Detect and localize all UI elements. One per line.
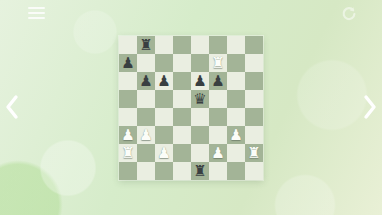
square-d6[interactable] [173, 72, 191, 90]
square-d7[interactable] [173, 54, 191, 72]
square-c8[interactable] [155, 36, 173, 54]
square-e1[interactable]: ♜ [191, 162, 209, 180]
square-d1[interactable] [173, 162, 191, 180]
app-screen: ♜♟♜♟♟♟♟♛♟♟♟♜♟♟♜♜ [0, 0, 382, 215]
hamburger-bar [28, 12, 45, 14]
square-h1[interactable] [245, 162, 263, 180]
square-h7[interactable] [245, 54, 263, 72]
square-f1[interactable] [209, 162, 227, 180]
next-puzzle-button[interactable] [362, 94, 378, 120]
white-rook: ♜ [211, 54, 224, 72]
black-pawn: ♟ [211, 72, 224, 90]
black-pawn: ♟ [193, 72, 206, 90]
hamburger-bar [28, 7, 45, 9]
square-a4[interactable] [119, 108, 137, 126]
square-c6[interactable]: ♟ [155, 72, 173, 90]
black-queen: ♛ [193, 90, 206, 108]
square-f4[interactable] [209, 108, 227, 126]
square-b2[interactable] [137, 144, 155, 162]
chess-board: ♜♟♜♟♟♟♟♛♟♟♟♜♟♟♜♜ [119, 36, 263, 180]
square-a7[interactable]: ♟ [119, 54, 137, 72]
square-c7[interactable] [155, 54, 173, 72]
square-c2[interactable]: ♟ [155, 144, 173, 162]
square-g5[interactable] [227, 90, 245, 108]
square-f6[interactable]: ♟ [209, 72, 227, 90]
square-b7[interactable] [137, 54, 155, 72]
square-d8[interactable] [173, 36, 191, 54]
square-a6[interactable] [119, 72, 137, 90]
square-b6[interactable]: ♟ [137, 72, 155, 90]
square-h3[interactable] [245, 126, 263, 144]
white-pawn: ♟ [229, 126, 242, 144]
square-d3[interactable] [173, 126, 191, 144]
black-pawn: ♟ [139, 72, 152, 90]
square-d5[interactable] [173, 90, 191, 108]
previous-puzzle-button[interactable] [4, 94, 20, 120]
white-pawn: ♟ [121, 126, 134, 144]
square-f5[interactable] [209, 90, 227, 108]
white-rook: ♜ [247, 144, 260, 162]
white-pawn: ♟ [139, 126, 152, 144]
square-c3[interactable] [155, 126, 173, 144]
white-rook: ♜ [121, 144, 134, 162]
square-c1[interactable] [155, 162, 173, 180]
white-pawn: ♟ [211, 144, 224, 162]
square-c4[interactable] [155, 108, 173, 126]
square-c5[interactable] [155, 90, 173, 108]
square-d2[interactable] [173, 144, 191, 162]
square-d4[interactable] [173, 108, 191, 126]
white-pawn: ♟ [157, 144, 170, 162]
black-pawn: ♟ [121, 54, 134, 72]
square-e2[interactable] [191, 144, 209, 162]
square-b1[interactable] [137, 162, 155, 180]
square-a3[interactable]: ♟ [119, 126, 137, 144]
square-h6[interactable] [245, 72, 263, 90]
square-e8[interactable] [191, 36, 209, 54]
square-g1[interactable] [227, 162, 245, 180]
square-a2[interactable]: ♜ [119, 144, 137, 162]
square-g4[interactable] [227, 108, 245, 126]
hamburger-menu-icon[interactable] [28, 7, 45, 19]
square-f3[interactable] [209, 126, 227, 144]
square-h2[interactable]: ♜ [245, 144, 263, 162]
square-a1[interactable] [119, 162, 137, 180]
square-h4[interactable] [245, 108, 263, 126]
black-rook: ♜ [193, 162, 206, 180]
square-f2[interactable]: ♟ [209, 144, 227, 162]
black-rook: ♜ [139, 36, 152, 54]
square-f8[interactable] [209, 36, 227, 54]
square-a5[interactable] [119, 90, 137, 108]
square-b4[interactable] [137, 108, 155, 126]
square-e6[interactable]: ♟ [191, 72, 209, 90]
square-g8[interactable] [227, 36, 245, 54]
hamburger-bar [28, 17, 45, 19]
square-e7[interactable] [191, 54, 209, 72]
square-f7[interactable]: ♜ [209, 54, 227, 72]
square-b3[interactable]: ♟ [137, 126, 155, 144]
square-e4[interactable] [191, 108, 209, 126]
square-h5[interactable] [245, 90, 263, 108]
square-b5[interactable] [137, 90, 155, 108]
square-g7[interactable] [227, 54, 245, 72]
square-a8[interactable] [119, 36, 137, 54]
black-pawn: ♟ [157, 72, 170, 90]
square-g2[interactable] [227, 144, 245, 162]
square-e5[interactable]: ♛ [191, 90, 209, 108]
square-h8[interactable] [245, 36, 263, 54]
restart-icon[interactable] [340, 5, 358, 23]
square-g6[interactable] [227, 72, 245, 90]
square-e3[interactable] [191, 126, 209, 144]
square-g3[interactable]: ♟ [227, 126, 245, 144]
square-b8[interactable]: ♜ [137, 36, 155, 54]
